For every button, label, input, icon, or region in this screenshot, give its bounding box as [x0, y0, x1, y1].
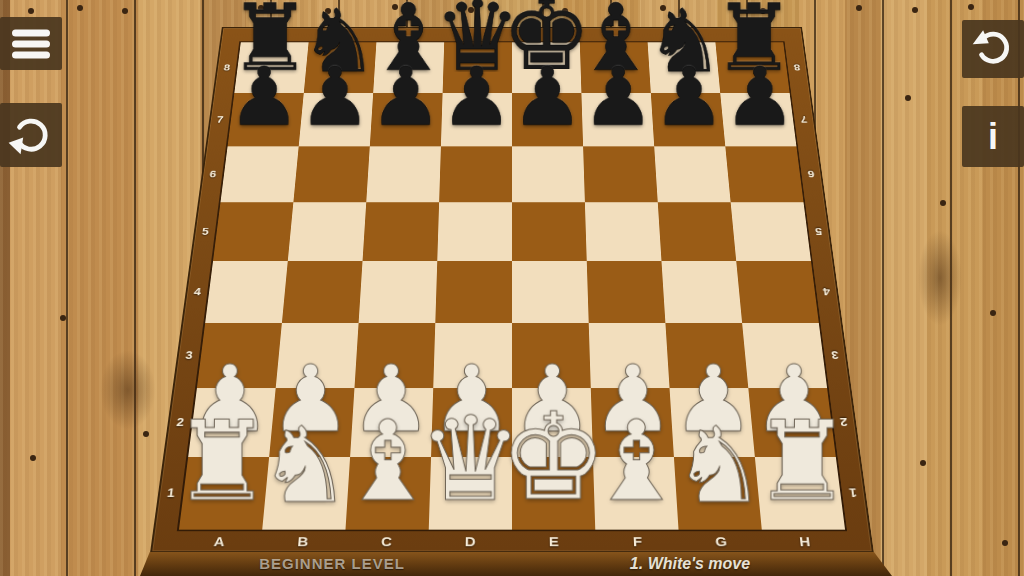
file-label-e: E — [549, 534, 559, 549]
black-pawn[interactable]: ♟ — [440, 56, 513, 137]
move-status: 1. White's move — [630, 552, 750, 576]
white-rook[interactable]: ♜ — [753, 407, 852, 517]
app-screen: 8877665544332211ABCDEFGH ♜♞♝♛♚♝♞♜♟♟♟♟♟♟♟… — [0, 0, 1024, 576]
black-pawn[interactable]: ♟ — [228, 56, 301, 137]
reset-button[interactable] — [0, 103, 62, 167]
nail-holes — [0, 0, 6, 6]
file-label-c: C — [381, 534, 393, 549]
black-pawn[interactable]: ♟ — [299, 56, 372, 137]
chessboard-scene: 8877665544332211ABCDEFGH ♜♞♝♛♚♝♞♜♟♟♟♟♟♟♟… — [150, 0, 874, 553]
black-pawn[interactable]: ♟ — [724, 56, 797, 137]
file-label-d: D — [465, 534, 476, 549]
info-icon: i — [988, 119, 998, 155]
file-label-a: A — [213, 534, 225, 549]
menu-button[interactable] — [0, 17, 62, 70]
chessboard: 8877665544332211ABCDEFGH ♜♞♝♛♚♝♞♜♟♟♟♟♟♟♟… — [150, 27, 874, 553]
info-button[interactable]: i — [962, 106, 1024, 167]
undo-arrow-icon — [968, 24, 1018, 74]
board-front-face: BEGINNER LEVEL 1. White's move — [140, 552, 892, 576]
white-rook[interactable]: ♜ — [172, 407, 271, 517]
black-pawn[interactable]: ♟ — [369, 56, 442, 137]
reset-rotate-icon — [6, 110, 56, 160]
white-bishop[interactable]: ♝ — [587, 407, 686, 517]
wood-knot — [100, 350, 156, 430]
file-label-h: H — [798, 534, 810, 549]
level-label: BEGINNER LEVEL — [259, 552, 405, 576]
black-pawn[interactable]: ♟ — [511, 56, 584, 137]
wood-knot — [918, 230, 962, 326]
hamburger-menu-icon — [7, 20, 55, 68]
file-label-f: F — [633, 534, 643, 549]
pieces-layer: ♜♞♝♛♚♝♞♜♟♟♟♟♟♟♟♟♟♟♟♟♟♟♟♟♜♞♝♛♚♝♞♜ — [150, 27, 874, 553]
black-pawn[interactable]: ♟ — [582, 56, 655, 137]
undo-button[interactable] — [962, 20, 1024, 78]
file-label-b: B — [297, 534, 309, 549]
file-label-g: G — [715, 534, 728, 549]
black-pawn[interactable]: ♟ — [653, 56, 726, 137]
